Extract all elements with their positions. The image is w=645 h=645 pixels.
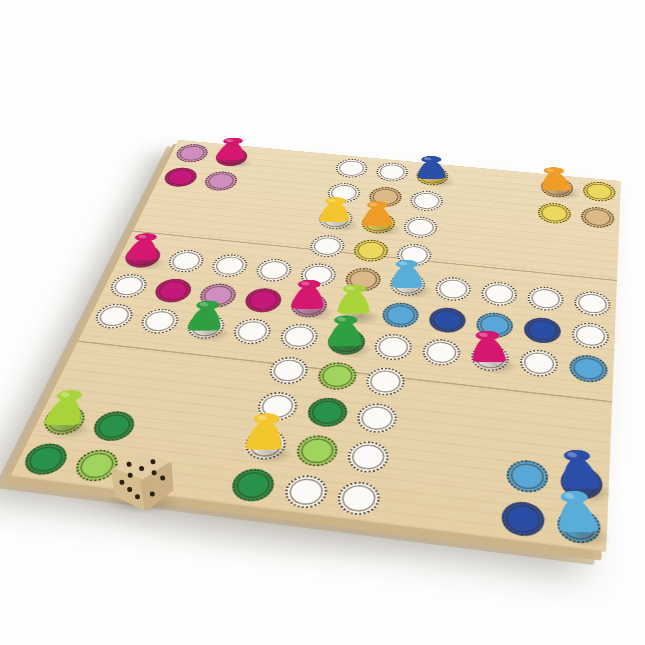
track-field-r4c2 [208,253,250,279]
track-field-r6c9 [519,348,559,379]
colored-field-r9c5 [293,433,341,468]
colored-field-r1c10 [580,206,614,229]
track-field-r0c4 [333,158,370,179]
colored-field-r1c9 [537,202,572,225]
colored-field-r8c5 [304,396,350,429]
track-field-r4c1 [164,248,207,273]
colored-field-r10c4 [227,467,277,504]
track-field-r6c4 [277,322,321,351]
track-field-r4c10 [574,290,611,318]
track-field-r10c5 [281,473,331,510]
track-field-r10c6 [335,480,384,518]
track-field-r6c1 [137,307,183,335]
track-field-r6c3 [230,317,274,346]
colored-field-r3c5 [351,238,390,263]
track-field-r5c10 [571,321,609,350]
colored-field-r10c0 [19,441,73,477]
colored-field-r0c0 [173,143,212,164]
track-field-r3c4 [307,234,347,259]
track-field-r7c4 [265,355,310,386]
track-field-r6c7 [421,338,463,368]
colored-field-r1c1 [201,170,240,192]
colored-field-r9c9 [505,458,549,495]
wooden-die[interactable] [107,447,179,518]
track-field-r6c0 [91,302,137,330]
scene [0,0,645,645]
colored-field-r5c7 [427,306,468,334]
track-field-r6c6 [372,333,414,363]
track-field-r4c7 [434,276,473,303]
colored-field-r10c9 [500,500,546,539]
track-field-r2c6 [402,215,440,239]
track-field-r8c6 [355,402,400,435]
colored-field-r6c10 [569,354,609,385]
track-field-r7c6 [364,366,408,397]
track-field-r4c9 [527,285,565,312]
track-field-r1c6 [408,190,445,213]
colored-field-r5c6 [380,301,421,329]
colored-field-r1c0 [161,166,201,188]
colored-field-r7c5 [314,361,359,392]
colored-field-r5c9 [523,316,562,345]
track-field-r4c8 [480,280,519,307]
colored-field-r0c10 [582,180,616,202]
colored-field-r9c1 [88,409,139,443]
track-field-r5c0 [106,272,151,299]
track-field-r9c6 [345,440,392,476]
colored-field-r5c3 [241,286,284,313]
track-field-r0c5 [374,161,410,182]
